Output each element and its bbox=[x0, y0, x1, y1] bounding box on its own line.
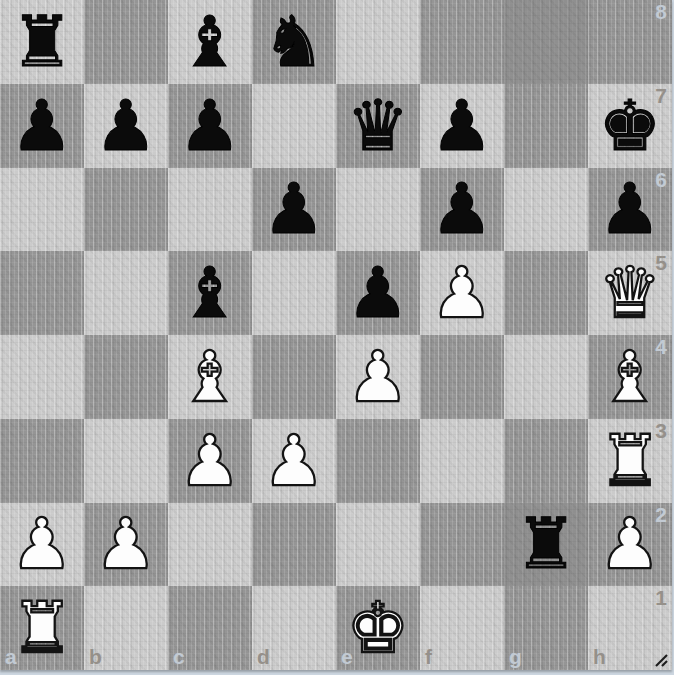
square-c3[interactable]: ♟ bbox=[168, 419, 252, 503]
square-f7[interactable]: ♟ bbox=[420, 84, 504, 168]
square-h8[interactable]: 8 bbox=[588, 0, 672, 84]
square-a3[interactable] bbox=[0, 419, 84, 503]
square-a1[interactable]: ♜a bbox=[0, 586, 84, 670]
square-c2[interactable] bbox=[168, 503, 252, 587]
square-h7[interactable]: ♚7 bbox=[588, 84, 672, 168]
square-b3[interactable] bbox=[84, 419, 168, 503]
square-g4[interactable] bbox=[504, 335, 588, 419]
white-pawn-piece[interactable]: ♟ bbox=[336, 335, 420, 419]
square-c4[interactable]: ♝ bbox=[168, 335, 252, 419]
square-d7[interactable] bbox=[252, 84, 336, 168]
square-e7[interactable]: ♛ bbox=[336, 84, 420, 168]
square-g7[interactable] bbox=[504, 84, 588, 168]
square-f3[interactable] bbox=[420, 419, 504, 503]
black-rook-piece[interactable]: ♜ bbox=[0, 0, 84, 84]
square-c7[interactable]: ♟ bbox=[168, 84, 252, 168]
chess-board: ♜♝♞8♟♟♟♛♟♚7♟♟♟6♝♟♟♛5♝♟♝4♟♟♜3♟♟♜♟2♜abcd♚e… bbox=[0, 0, 672, 670]
square-h2[interactable]: ♟2 bbox=[588, 503, 672, 587]
square-f6[interactable]: ♟ bbox=[420, 168, 504, 252]
square-f2[interactable] bbox=[420, 503, 504, 587]
square-e6[interactable] bbox=[336, 168, 420, 252]
white-pawn-piece[interactable]: ♟ bbox=[84, 503, 168, 587]
white-pawn-piece[interactable]: ♟ bbox=[588, 503, 672, 587]
square-d3[interactable]: ♟ bbox=[252, 419, 336, 503]
square-f8[interactable] bbox=[420, 0, 504, 84]
black-knight-piece[interactable]: ♞ bbox=[252, 0, 336, 84]
rank-label-1: 1 bbox=[655, 586, 667, 610]
black-pawn-piece[interactable]: ♟ bbox=[420, 168, 504, 252]
black-pawn-piece[interactable]: ♟ bbox=[168, 84, 252, 168]
square-d5[interactable] bbox=[252, 251, 336, 335]
square-e4[interactable]: ♟ bbox=[336, 335, 420, 419]
square-g3[interactable] bbox=[504, 419, 588, 503]
file-label-b: b bbox=[89, 645, 102, 669]
square-h5[interactable]: ♛5 bbox=[588, 251, 672, 335]
square-a4[interactable] bbox=[0, 335, 84, 419]
square-c6[interactable] bbox=[168, 168, 252, 252]
square-b1[interactable]: b bbox=[84, 586, 168, 670]
black-pawn-piece[interactable]: ♟ bbox=[420, 84, 504, 168]
square-g6[interactable] bbox=[504, 168, 588, 252]
square-a8[interactable]: ♜ bbox=[0, 0, 84, 84]
file-label-h: h bbox=[593, 645, 606, 669]
square-b8[interactable] bbox=[84, 0, 168, 84]
black-queen-piece[interactable]: ♛ bbox=[336, 84, 420, 168]
square-b5[interactable] bbox=[84, 251, 168, 335]
black-pawn-piece[interactable]: ♟ bbox=[336, 251, 420, 335]
square-g1[interactable]: g bbox=[504, 586, 588, 670]
file-label-d: d bbox=[257, 645, 270, 669]
square-b7[interactable]: ♟ bbox=[84, 84, 168, 168]
white-queen-piece[interactable]: ♛ bbox=[588, 251, 672, 335]
white-rook-piece[interactable]: ♜ bbox=[0, 586, 84, 670]
black-pawn-piece[interactable]: ♟ bbox=[0, 84, 84, 168]
square-d2[interactable] bbox=[252, 503, 336, 587]
black-pawn-piece[interactable]: ♟ bbox=[252, 168, 336, 252]
square-e3[interactable] bbox=[336, 419, 420, 503]
square-e2[interactable] bbox=[336, 503, 420, 587]
file-label-f: f bbox=[425, 645, 432, 669]
square-e8[interactable] bbox=[336, 0, 420, 84]
square-g8[interactable] bbox=[504, 0, 588, 84]
black-king-piece[interactable]: ♚ bbox=[588, 84, 672, 168]
black-pawn-piece[interactable]: ♟ bbox=[588, 168, 672, 252]
square-b2[interactable]: ♟ bbox=[84, 503, 168, 587]
square-g5[interactable] bbox=[504, 251, 588, 335]
square-f5[interactable]: ♟ bbox=[420, 251, 504, 335]
black-pawn-piece[interactable]: ♟ bbox=[84, 84, 168, 168]
chess-app-window: ♜♝♞8♟♟♟♛♟♚7♟♟♟6♝♟♟♛5♝♟♝4♟♟♜3♟♟♜♟2♜abcd♚e… bbox=[0, 0, 674, 675]
rank-label-8: 8 bbox=[655, 0, 667, 24]
square-h6[interactable]: ♟6 bbox=[588, 168, 672, 252]
square-g2[interactable]: ♜ bbox=[504, 503, 588, 587]
white-pawn-piece[interactable]: ♟ bbox=[168, 419, 252, 503]
black-bishop-piece[interactable]: ♝ bbox=[168, 0, 252, 84]
white-king-piece[interactable]: ♚ bbox=[336, 586, 420, 670]
square-a2[interactable]: ♟ bbox=[0, 503, 84, 587]
resize-handle-icon[interactable] bbox=[653, 652, 670, 667]
square-f4[interactable] bbox=[420, 335, 504, 419]
square-d6[interactable]: ♟ bbox=[252, 168, 336, 252]
white-pawn-piece[interactable]: ♟ bbox=[252, 419, 336, 503]
square-h3[interactable]: ♜3 bbox=[588, 419, 672, 503]
white-bishop-piece[interactable]: ♝ bbox=[168, 335, 252, 419]
square-c1[interactable]: c bbox=[168, 586, 252, 670]
square-a6[interactable] bbox=[0, 168, 84, 252]
square-a5[interactable] bbox=[0, 251, 84, 335]
square-b4[interactable] bbox=[84, 335, 168, 419]
white-pawn-piece[interactable]: ♟ bbox=[0, 503, 84, 587]
square-f1[interactable]: f bbox=[420, 586, 504, 670]
file-label-c: c bbox=[173, 645, 185, 669]
square-c8[interactable]: ♝ bbox=[168, 0, 252, 84]
black-bishop-piece[interactable]: ♝ bbox=[168, 251, 252, 335]
file-label-g: g bbox=[509, 645, 522, 669]
square-d4[interactable] bbox=[252, 335, 336, 419]
square-a7[interactable]: ♟ bbox=[0, 84, 84, 168]
white-pawn-piece[interactable]: ♟ bbox=[420, 251, 504, 335]
square-h4[interactable]: ♝4 bbox=[588, 335, 672, 419]
square-c5[interactable]: ♝ bbox=[168, 251, 252, 335]
black-rook-piece[interactable]: ♜ bbox=[504, 503, 588, 587]
square-e5[interactable]: ♟ bbox=[336, 251, 420, 335]
square-e1[interactable]: ♚e bbox=[336, 586, 420, 670]
square-d1[interactable]: d bbox=[252, 586, 336, 670]
square-b6[interactable] bbox=[84, 168, 168, 252]
square-d8[interactable]: ♞ bbox=[252, 0, 336, 84]
white-bishop-piece[interactable]: ♝ bbox=[588, 335, 672, 419]
white-rook-piece[interactable]: ♜ bbox=[588, 419, 672, 503]
